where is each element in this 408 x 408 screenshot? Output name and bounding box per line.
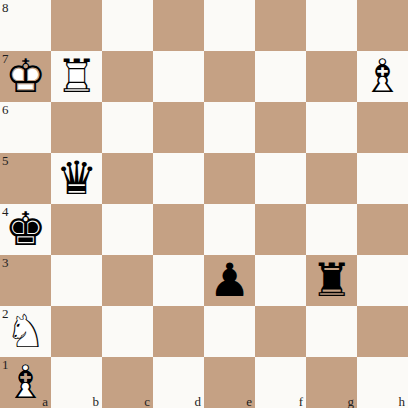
square-h4[interactable] bbox=[357, 204, 408, 255]
square-d2[interactable] bbox=[153, 306, 204, 357]
file-label-h: h bbox=[399, 394, 406, 408]
square-f6[interactable] bbox=[255, 102, 306, 153]
square-c3[interactable] bbox=[102, 255, 153, 306]
square-f5[interactable] bbox=[255, 153, 306, 204]
square-f8[interactable] bbox=[255, 0, 306, 51]
square-d5[interactable] bbox=[153, 153, 204, 204]
square-a7[interactable]: 7♚♔ bbox=[0, 51, 51, 102]
rank-label-3: 3 bbox=[2, 255, 9, 270]
black-pawn[interactable]: ♟ bbox=[204, 255, 255, 306]
square-c6[interactable] bbox=[102, 102, 153, 153]
square-f7[interactable] bbox=[255, 51, 306, 102]
square-c5[interactable] bbox=[102, 153, 153, 204]
square-e6[interactable] bbox=[204, 102, 255, 153]
square-b1[interactable]: b bbox=[51, 357, 102, 408]
square-d1[interactable]: d bbox=[153, 357, 204, 408]
square-f4[interactable] bbox=[255, 204, 306, 255]
file-label-f: f bbox=[299, 394, 303, 408]
square-c2[interactable] bbox=[102, 306, 153, 357]
square-g5[interactable] bbox=[306, 153, 357, 204]
square-e2[interactable] bbox=[204, 306, 255, 357]
white-bishop[interactable]: ♝♗ bbox=[0, 357, 51, 408]
square-b5[interactable]: ♛ bbox=[51, 153, 102, 204]
square-a5[interactable]: 5 bbox=[0, 153, 51, 204]
black-rook[interactable]: ♜ bbox=[306, 255, 357, 306]
square-a8[interactable]: 8 bbox=[0, 0, 51, 51]
square-f2[interactable] bbox=[255, 306, 306, 357]
square-b4[interactable] bbox=[51, 204, 102, 255]
white-knight[interactable]: ♞♘ bbox=[0, 306, 51, 357]
square-g2[interactable] bbox=[306, 306, 357, 357]
square-b6[interactable] bbox=[51, 102, 102, 153]
square-g6[interactable] bbox=[306, 102, 357, 153]
square-d7[interactable] bbox=[153, 51, 204, 102]
square-c1[interactable]: c bbox=[102, 357, 153, 408]
square-h1[interactable]: h bbox=[357, 357, 408, 408]
square-g8[interactable] bbox=[306, 0, 357, 51]
square-g1[interactable]: g bbox=[306, 357, 357, 408]
square-b3[interactable] bbox=[51, 255, 102, 306]
square-a2[interactable]: 2♞♘ bbox=[0, 306, 51, 357]
square-g3[interactable]: ♜ bbox=[306, 255, 357, 306]
square-h5[interactable] bbox=[357, 153, 408, 204]
square-f1[interactable]: f bbox=[255, 357, 306, 408]
square-h6[interactable] bbox=[357, 102, 408, 153]
square-h7[interactable]: ♝♗ bbox=[357, 51, 408, 102]
rank-label-5: 5 bbox=[2, 153, 9, 168]
white-king[interactable]: ♚♔ bbox=[0, 51, 51, 102]
square-e5[interactable] bbox=[204, 153, 255, 204]
square-c8[interactable] bbox=[102, 0, 153, 51]
square-a4[interactable]: 4♚ bbox=[0, 204, 51, 255]
square-g7[interactable] bbox=[306, 51, 357, 102]
file-label-e: e bbox=[246, 394, 252, 408]
square-b7[interactable]: ♜♖ bbox=[51, 51, 102, 102]
square-f3[interactable] bbox=[255, 255, 306, 306]
square-e7[interactable] bbox=[204, 51, 255, 102]
square-e4[interactable] bbox=[204, 204, 255, 255]
rank-label-8: 8 bbox=[2, 0, 9, 15]
square-c4[interactable] bbox=[102, 204, 153, 255]
square-b2[interactable] bbox=[51, 306, 102, 357]
square-a1[interactable]: 1a♝♗ bbox=[0, 357, 51, 408]
black-queen[interactable]: ♛ bbox=[51, 153, 102, 204]
square-e3[interactable]: ♟ bbox=[204, 255, 255, 306]
square-d6[interactable] bbox=[153, 102, 204, 153]
square-d4[interactable] bbox=[153, 204, 204, 255]
square-d3[interactable] bbox=[153, 255, 204, 306]
square-h2[interactable] bbox=[357, 306, 408, 357]
square-a3[interactable]: 3 bbox=[0, 255, 51, 306]
file-label-g: g bbox=[348, 394, 355, 408]
file-label-d: d bbox=[195, 394, 202, 408]
file-label-b: b bbox=[93, 394, 100, 408]
square-e1[interactable]: e bbox=[204, 357, 255, 408]
file-label-c: c bbox=[144, 394, 150, 408]
square-h8[interactable] bbox=[357, 0, 408, 51]
square-g4[interactable] bbox=[306, 204, 357, 255]
square-h3[interactable] bbox=[357, 255, 408, 306]
square-c7[interactable] bbox=[102, 51, 153, 102]
black-king[interactable]: ♚ bbox=[0, 204, 51, 255]
square-d8[interactable] bbox=[153, 0, 204, 51]
chess-board: 87♚♔♜♖♝♗65♛4♚3♟♜2♞♘1a♝♗bcdefgh bbox=[0, 0, 408, 408]
rank-label-6: 6 bbox=[2, 102, 9, 117]
square-a6[interactable]: 6 bbox=[0, 102, 51, 153]
white-bishop[interactable]: ♝♗ bbox=[357, 51, 408, 102]
square-b8[interactable] bbox=[51, 0, 102, 51]
white-rook[interactable]: ♜♖ bbox=[51, 51, 102, 102]
square-e8[interactable] bbox=[204, 0, 255, 51]
